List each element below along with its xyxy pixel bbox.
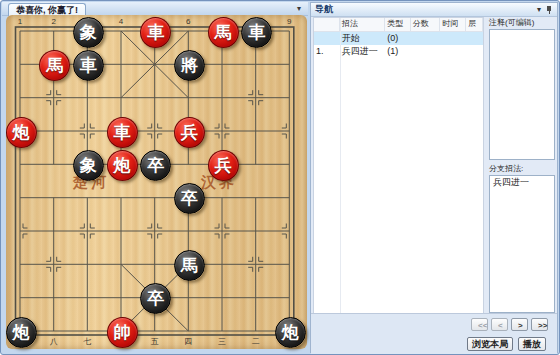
piece-black[interactable]: 卒 bbox=[140, 150, 171, 181]
file-label-bottom: 八 bbox=[46, 337, 62, 347]
piece-red[interactable]: 兵 bbox=[174, 117, 205, 148]
piece-black[interactable]: 車 bbox=[241, 17, 272, 48]
piece-black[interactable]: 將 bbox=[174, 50, 205, 81]
comments-textarea[interactable] bbox=[489, 29, 555, 160]
move-cell: 开始 bbox=[340, 32, 385, 45]
nav-first-button[interactable]: << bbox=[471, 318, 488, 331]
piece-black[interactable]: 炮 bbox=[275, 317, 306, 348]
move-cell bbox=[441, 32, 467, 45]
file-label-bottom: 二 bbox=[248, 337, 264, 347]
play-button[interactable]: 播放 bbox=[518, 337, 546, 351]
move-cell bbox=[441, 45, 467, 58]
move-cell bbox=[466, 32, 483, 45]
piece-black[interactable]: 炮 bbox=[6, 317, 37, 348]
move-col-header[interactable] bbox=[314, 18, 340, 31]
nav-prev-button[interactable]: < bbox=[491, 318, 508, 331]
move-cell: 兵四进一 bbox=[340, 45, 385, 58]
move-col-header[interactable]: 层 bbox=[466, 18, 483, 31]
file-label-bottom: 七 bbox=[79, 337, 95, 347]
piece-red[interactable]: 車 bbox=[107, 117, 138, 148]
move-col-header[interactable]: 类型 bbox=[385, 18, 411, 31]
move-table[interactable]: 招法类型分数时间层 开始(0)1.兵四进一(1) bbox=[313, 17, 484, 314]
branch-moves-list[interactable]: 兵四进一 bbox=[489, 175, 555, 313]
panel-title: 导航 bbox=[311, 3, 557, 16]
chevron-down-icon[interactable]: ▾ bbox=[297, 3, 301, 15]
piece-red[interactable]: 馬 bbox=[208, 17, 239, 48]
file-label-bottom: 四 bbox=[180, 337, 196, 347]
app-window: 恭喜你, 你赢了! ▾ 123456789 九八七六五四三二一 楚河 汉界 象車… bbox=[0, 0, 560, 355]
move-col-header[interactable]: 时间 bbox=[440, 18, 466, 31]
nav-next-button[interactable]: > bbox=[511, 318, 528, 331]
column-divider bbox=[340, 18, 341, 313]
move-cell bbox=[466, 45, 483, 58]
piece-red[interactable]: 車 bbox=[140, 17, 171, 48]
file-label-top: 9 bbox=[281, 17, 297, 27]
piece-black[interactable]: 象 bbox=[73, 150, 104, 181]
panel-footer: <<<>>> 浏览本局 播放 bbox=[311, 313, 557, 355]
file-label-top: 6 bbox=[180, 17, 196, 27]
piece-black[interactable]: 馬 bbox=[174, 250, 205, 281]
piece-red[interactable]: 兵 bbox=[208, 150, 239, 181]
result-message: 恭喜你, 你赢了! bbox=[16, 5, 78, 15]
move-cell: (1) bbox=[385, 45, 411, 58]
navigation-panel: 导航 ▾ 招法类型分数时间层 开始(0)1.兵四进一(1) 注释(可编辑) 分支… bbox=[310, 2, 558, 353]
move-col-header[interactable]: 分数 bbox=[411, 18, 441, 31]
browse-game-button[interactable]: 浏览本局 bbox=[467, 337, 513, 351]
move-cell bbox=[411, 45, 441, 58]
piece-red[interactable]: 馬 bbox=[39, 50, 70, 81]
piece-red[interactable]: 帥 bbox=[107, 317, 138, 348]
nav-last-button[interactable]: >> bbox=[531, 318, 548, 331]
move-cell: (0) bbox=[385, 32, 411, 45]
chevron-down-icon[interactable]: ▾ bbox=[537, 5, 541, 14]
piece-black[interactable]: 車 bbox=[73, 50, 104, 81]
panel-titlebar: 导航 ▾ bbox=[311, 3, 557, 17]
file-label-bottom: 五 bbox=[147, 337, 163, 347]
piece-black[interactable]: 卒 bbox=[174, 183, 205, 214]
file-label-top: 1 bbox=[12, 17, 28, 27]
file-label-top: 2 bbox=[46, 17, 62, 27]
comments-label: 注释(可编辑) bbox=[489, 17, 557, 28]
pin-icon[interactable] bbox=[545, 5, 553, 15]
move-col-header[interactable]: 招法 bbox=[340, 18, 385, 31]
piece-red[interactable]: 炮 bbox=[107, 150, 138, 181]
branch-moves-label: 分支招法: bbox=[489, 163, 557, 174]
xiangqi-board[interactable]: 123456789 九八七六五四三二一 楚河 汉界 象車馬車馬車將炮車兵象炮卒兵… bbox=[6, 15, 307, 349]
move-cell bbox=[314, 32, 340, 45]
branch-move-item[interactable]: 兵四进一 bbox=[490, 176, 554, 189]
file-label-bottom: 三 bbox=[214, 337, 230, 347]
piece-black[interactable]: 象 bbox=[73, 17, 104, 48]
file-label-top: 4 bbox=[113, 17, 129, 27]
board-tab-strip: 恭喜你, 你赢了! ▾ bbox=[2, 2, 308, 16]
piece-red[interactable]: 炮 bbox=[6, 117, 37, 148]
move-cell bbox=[411, 32, 441, 45]
move-cell: 1. bbox=[314, 45, 340, 58]
